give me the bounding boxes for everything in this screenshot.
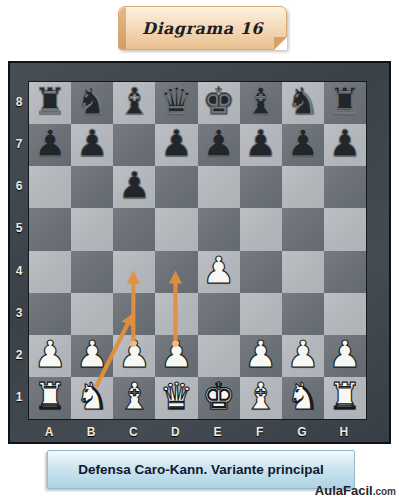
square-g2: ♟ [282,335,324,377]
square-h7: ♟ [324,124,366,166]
square-e2 [198,335,240,377]
white-knight: ♞ [76,378,109,415]
square-e8: ♚ [198,82,240,124]
white-rook: ♜ [328,378,361,415]
white-pawn: ♟ [33,336,66,373]
square-c8: ♝ [113,82,155,124]
white-pawn: ♟ [328,336,361,373]
square-f3 [240,293,282,335]
square-d7: ♟ [155,124,197,166]
square-c6: ♟ [113,166,155,208]
square-a8: ♜ [29,82,71,124]
square-b6 [71,166,113,208]
square-g1: ♞ [282,377,324,419]
square-g3 [282,293,324,335]
square-f7: ♟ [240,124,282,166]
black-queen: ♛ [160,83,193,120]
square-c3 [113,293,155,335]
rank-label-8: 8 [10,95,28,109]
square-c7 [113,124,155,166]
rank-label-6: 6 [10,179,28,193]
white-pawn: ♟ [202,252,235,289]
square-a6 [29,166,71,208]
white-pawn: ♟ [286,336,319,373]
rank-label-5: 5 [10,221,28,235]
black-pawn: ♟ [244,125,277,162]
rank-label-1: 1 [10,390,28,404]
square-a3 [29,293,71,335]
square-a4 [29,251,71,293]
black-rook: ♜ [328,83,361,120]
square-c4 [113,251,155,293]
square-d4 [155,251,197,293]
square-e3 [198,293,240,335]
square-b8: ♞ [71,82,113,124]
square-f4 [240,251,282,293]
square-e5 [198,208,240,250]
square-d5 [155,208,197,250]
white-pawn: ♟ [118,336,151,373]
white-pawn: ♟ [244,336,277,373]
square-g6 [282,166,324,208]
file-label-A: A [28,421,70,443]
black-pawn: ♟ [118,167,151,204]
file-label-G: G [281,421,323,443]
file-label-C: C [112,421,154,443]
square-d2: ♟ [155,335,197,377]
caption-box: Defensa Caro-Kann. Variante principal [47,450,355,489]
square-a5 [29,208,71,250]
black-pawn: ♟ [328,125,361,162]
white-pawn: ♟ [76,336,109,373]
black-pawn: ♟ [286,125,319,162]
square-c5 [113,208,155,250]
square-c1: ♝ [113,377,155,419]
square-f2: ♟ [240,335,282,377]
white-king: ♚ [202,378,235,415]
square-h5 [324,208,366,250]
black-pawn: ♟ [160,125,193,162]
site-watermark[interactable]: AulaFacil .com [315,483,396,498]
square-b1: ♞ [71,377,113,419]
white-bishop: ♝ [244,378,277,415]
rank-label-2: 2 [10,348,28,362]
rank-label-4: 4 [10,264,28,278]
square-b3 [71,293,113,335]
square-h1: ♜ [324,377,366,419]
black-rook: ♜ [33,83,66,120]
white-knight: ♞ [286,378,319,415]
square-h4 [324,251,366,293]
square-a7: ♟ [29,124,71,166]
square-h8: ♜ [324,82,366,124]
board-squares: ♜♞♝♛♚♝♞♜♟♟♟♟♟♟♟♟♟♟♟♟♟♟♟♟♜♞♝♛♚♝♞♜ [28,81,367,420]
square-c2: ♟ [113,335,155,377]
black-pawn: ♟ [76,125,109,162]
file-label-D: D [154,421,196,443]
square-d6 [155,166,197,208]
square-a2: ♟ [29,335,71,377]
square-e4: ♟ [198,251,240,293]
black-bishop: ♝ [118,83,151,120]
black-bishop: ♝ [244,83,277,120]
square-f8: ♝ [240,82,282,124]
square-g5 [282,208,324,250]
file-label-B: B [70,421,112,443]
white-queen: ♛ [160,378,193,415]
square-g7: ♟ [282,124,324,166]
file-label-E: E [197,421,239,443]
diagram-title: Diagrama 16 [142,19,263,38]
rank-label-7: 7 [10,137,28,151]
chess-board: ♜♞♝♛♚♝♞♜♟♟♟♟♟♟♟♟♟♟♟♟♟♟♟♟♜♞♝♛♚♝♞♜ 8765432… [8,61,391,444]
caption-text: Defensa Caro-Kann. Variante principal [78,462,323,477]
square-f6 [240,166,282,208]
title-banner: Diagrama 16 [118,6,287,50]
square-d3 [155,293,197,335]
square-h3 [324,293,366,335]
square-d1: ♛ [155,377,197,419]
square-e6 [198,166,240,208]
square-e1: ♚ [198,377,240,419]
watermark-suffix: .com [373,486,396,497]
file-label-H: H [323,421,365,443]
square-d8: ♛ [155,82,197,124]
square-h6 [324,166,366,208]
square-f1: ♝ [240,377,282,419]
file-label-F: F [239,421,281,443]
square-b7: ♟ [71,124,113,166]
square-h2: ♟ [324,335,366,377]
white-rook: ♜ [33,378,66,415]
black-knight: ♞ [76,83,109,120]
square-e7: ♟ [198,124,240,166]
square-a1: ♜ [29,377,71,419]
square-b5 [71,208,113,250]
watermark-brand: AulaFacil [315,483,373,498]
black-king: ♚ [202,83,235,120]
black-pawn: ♟ [33,125,66,162]
square-b4 [71,251,113,293]
rank-label-3: 3 [10,306,28,320]
square-f5 [240,208,282,250]
square-g4 [282,251,324,293]
black-knight: ♞ [286,83,319,120]
square-g8: ♞ [282,82,324,124]
white-bishop: ♝ [118,378,151,415]
white-pawn: ♟ [160,336,193,373]
square-b2: ♟ [71,335,113,377]
diagram-page: Diagrama 16 ♜♞♝♛♚♝♞♜♟♟♟♟♟♟♟♟♟♟♟♟♟♟♟♟♜♞♝♛… [0,0,399,501]
black-pawn: ♟ [202,125,235,162]
